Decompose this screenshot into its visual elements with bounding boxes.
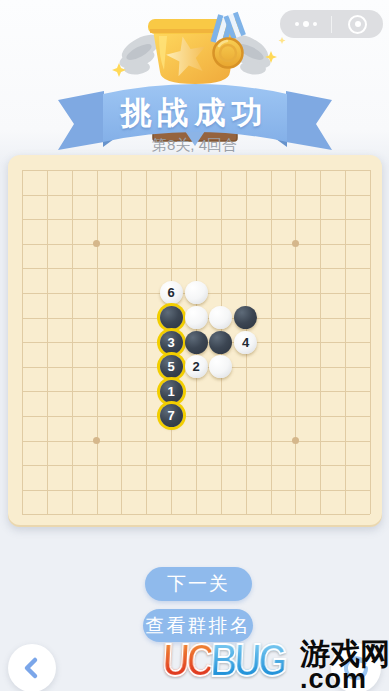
grid-line: [22, 514, 370, 515]
more-button[interactable]: [280, 10, 331, 38]
grid-line: [271, 170, 272, 514]
stone-white: [185, 281, 208, 304]
move-number: 6: [167, 286, 174, 299]
move-number: 5: [167, 360, 174, 373]
back-button[interactable]: [8, 644, 56, 691]
stone-white: 2: [185, 355, 208, 378]
grid-line: [22, 441, 370, 442]
star-point: [292, 240, 299, 247]
stone-black: 1: [160, 380, 183, 403]
app-root: 挑战成功 第8关, 4回合 6345217 下一关 查看群排名 UCBUG 游戏…: [0, 0, 389, 691]
stone-black: [160, 306, 183, 329]
grid-line: [22, 416, 370, 417]
miniprogram-capsule: [280, 10, 383, 38]
stone-white: [209, 306, 232, 329]
stone-black: [234, 306, 257, 329]
stone-white: [185, 306, 208, 329]
grid-line: [22, 465, 370, 466]
move-number: 1: [167, 385, 174, 398]
restart-button[interactable]: [331, 643, 381, 691]
more-dots-icon: [295, 21, 317, 27]
next-level-button[interactable]: 下一关: [145, 567, 252, 601]
move-number: 3: [167, 336, 174, 349]
stone-black: [209, 331, 232, 354]
star-point: [292, 437, 299, 444]
move-number: 7: [167, 409, 174, 422]
star-point: [93, 240, 100, 247]
move-number: 4: [242, 336, 249, 349]
level-subtitle: 第8关, 4回合: [0, 136, 389, 155]
grid-line: [22, 490, 370, 491]
grid-line: [320, 170, 321, 514]
grid-line: [295, 170, 296, 514]
stone-black: 7: [160, 404, 183, 427]
close-home-button[interactable]: [332, 10, 383, 38]
capsule-target-icon: [348, 15, 367, 34]
stone-white: [209, 355, 232, 378]
grid-line: [22, 391, 370, 392]
chevron-left-icon: [19, 655, 45, 681]
group-ranking-button[interactable]: 查看群排名: [143, 609, 253, 642]
grid-line: [370, 170, 371, 514]
banner-title: 挑战成功: [0, 92, 389, 134]
gomoku-board: 6345217: [8, 155, 382, 527]
move-number: 2: [192, 360, 199, 373]
grid-line: [345, 170, 346, 514]
stone-black: 5: [160, 355, 183, 378]
ucbug-logo: UCBUG: [161, 636, 286, 683]
stone-black: [185, 331, 208, 354]
star-point: [93, 437, 100, 444]
stone-white: 6: [160, 281, 183, 304]
stone-black: 3: [160, 331, 183, 354]
refresh-icon: [341, 653, 371, 683]
stone-white: 4: [234, 331, 257, 354]
